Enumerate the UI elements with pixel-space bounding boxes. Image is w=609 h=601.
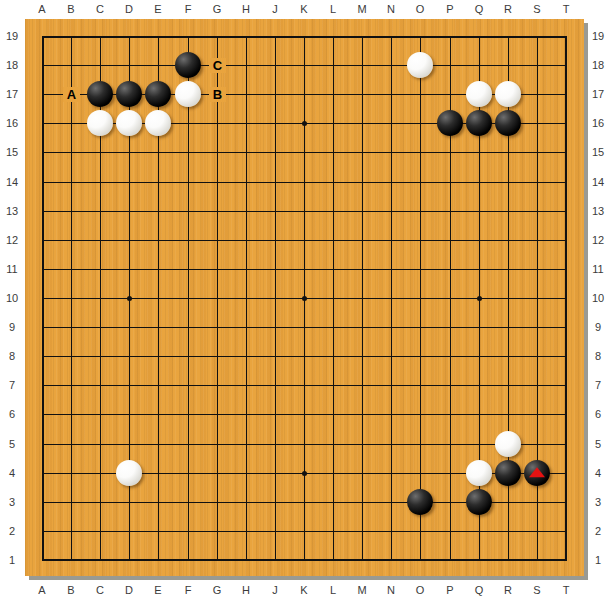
black-stone-p16 [437, 110, 463, 136]
coord-top-p: P [446, 3, 453, 15]
coord-top-o: O [416, 3, 425, 15]
coord-top-a: A [38, 3, 45, 15]
star-point [302, 471, 307, 476]
coord-top-b: B [67, 3, 74, 15]
coord-bottom-b: B [67, 584, 74, 596]
coord-bottom-q: Q [475, 584, 484, 596]
coord-left-11: 11 [6, 263, 17, 275]
coord-right-1: 1 [595, 554, 601, 566]
coord-top-n: N [387, 3, 395, 15]
white-stone-d4 [116, 460, 142, 486]
coord-top-c: C [96, 3, 104, 15]
coord-left-17: 17 [6, 88, 18, 100]
coord-bottom-g: G [213, 584, 222, 596]
grid-line-vertical [565, 36, 567, 561]
coord-right-15: 15 [592, 146, 604, 158]
coord-bottom-c: C [96, 584, 104, 596]
coord-right-12: 12 [592, 234, 604, 246]
coord-right-11: 11 [592, 263, 603, 275]
coord-bottom-d: D [125, 584, 133, 596]
coord-left-15: 15 [6, 146, 18, 158]
coord-top-e: E [154, 3, 161, 15]
coord-right-2: 2 [595, 525, 601, 537]
coord-right-4: 4 [595, 467, 601, 479]
go-board[interactable]: ABC [25, 19, 584, 576]
black-stone-d17 [116, 81, 142, 107]
black-stone-r4 [495, 460, 521, 486]
red-triangle-marker-icon [529, 467, 545, 477]
black-stone-q16 [466, 110, 492, 136]
white-stone-q4 [466, 460, 492, 486]
grid-line-horizontal [42, 444, 567, 445]
coord-right-18: 18 [592, 59, 604, 71]
coord-bottom-s: S [533, 584, 540, 596]
coord-left-16: 16 [6, 117, 18, 129]
coord-right-7: 7 [595, 379, 601, 391]
black-stone-o3 [407, 489, 433, 515]
star-point [477, 296, 482, 301]
coord-bottom-r: R [504, 584, 512, 596]
coord-left-10: 10 [6, 292, 18, 304]
coord-right-8: 8 [595, 350, 601, 362]
coord-bottom-n: N [387, 584, 395, 596]
grid-line-vertical [333, 36, 334, 561]
coord-right-17: 17 [592, 88, 604, 100]
white-stone-r5 [495, 431, 521, 457]
coord-left-1: 1 [9, 554, 15, 566]
coord-left-13: 13 [6, 205, 18, 217]
coord-left-7: 7 [9, 379, 15, 391]
annotation-label-b: B [209, 87, 226, 102]
coord-right-3: 3 [595, 496, 601, 508]
black-stone-s4 [524, 460, 550, 486]
coord-left-12: 12 [6, 234, 18, 246]
black-stone-e17 [145, 81, 171, 107]
star-point [302, 296, 307, 301]
coord-top-l: L [330, 3, 336, 15]
coord-bottom-h: H [242, 584, 250, 596]
grid-line-horizontal [42, 531, 567, 532]
coord-left-14: 14 [6, 176, 18, 188]
coord-bottom-o: O [416, 584, 425, 596]
coord-bottom-j: J [272, 584, 278, 596]
coord-top-k: K [300, 3, 307, 15]
grid-line-horizontal [42, 385, 567, 386]
grid-line-horizontal [42, 559, 567, 561]
white-stone-e16 [145, 110, 171, 136]
coord-right-14: 14 [592, 176, 604, 188]
coord-left-4: 4 [9, 467, 15, 479]
coord-right-5: 5 [595, 438, 601, 450]
coord-top-g: G [213, 3, 222, 15]
coord-top-r: R [504, 3, 512, 15]
coord-bottom-f: F [185, 584, 192, 596]
grid-line-vertical [420, 36, 421, 561]
coord-top-q: Q [475, 3, 484, 15]
white-stone-f17 [175, 81, 201, 107]
annotation-label-a: A [63, 87, 80, 102]
coord-top-d: D [125, 3, 133, 15]
coord-bottom-k: K [300, 584, 307, 596]
coord-left-2: 2 [9, 525, 15, 537]
white-stone-c16 [87, 110, 113, 136]
white-stone-o18 [407, 52, 433, 78]
coord-right-9: 9 [595, 321, 601, 333]
board-grid[interactable]: ABC [42, 36, 567, 561]
coord-right-10: 10 [592, 292, 604, 304]
coord-bottom-m: M [357, 584, 366, 596]
black-stone-q3 [466, 489, 492, 515]
coord-left-18: 18 [6, 59, 18, 71]
coord-bottom-t: T [563, 584, 570, 596]
coord-left-9: 9 [9, 321, 15, 333]
coord-right-19: 19 [592, 30, 604, 42]
coord-left-8: 8 [9, 350, 15, 362]
coord-left-5: 5 [9, 438, 15, 450]
coord-bottom-e: E [154, 584, 161, 596]
star-point [127, 296, 132, 301]
grid-line-vertical [362, 36, 363, 561]
annotation-label-c: C [209, 58, 226, 73]
coord-bottom-p: P [446, 584, 453, 596]
coord-bottom-a: A [38, 584, 45, 596]
white-stone-d16 [116, 110, 142, 136]
black-stone-f18 [175, 52, 201, 78]
white-stone-r17 [495, 81, 521, 107]
coord-top-f: F [185, 3, 192, 15]
coord-top-h: H [242, 3, 250, 15]
black-stone-c17 [87, 81, 113, 107]
coord-top-m: M [357, 3, 366, 15]
grid-line-horizontal [42, 414, 567, 415]
coord-right-16: 16 [592, 117, 604, 129]
coord-bottom-l: L [330, 584, 336, 596]
grid-line-vertical [391, 36, 392, 561]
coord-right-13: 13 [592, 205, 604, 217]
coord-left-19: 19 [6, 30, 18, 42]
coord-right-6: 6 [595, 408, 601, 420]
coord-top-t: T [563, 3, 570, 15]
coord-top-s: S [533, 3, 540, 15]
grid-line-horizontal [42, 356, 567, 357]
black-stone-r16 [495, 110, 521, 136]
go-diagram: ABC AABBCCDDEEFFGGHHJJKKLLMMNNOOPPQQRRSS… [0, 0, 609, 601]
coord-left-6: 6 [9, 408, 15, 420]
white-stone-q17 [466, 81, 492, 107]
star-point [302, 121, 307, 126]
grid-line-horizontal [42, 327, 567, 328]
coord-left-3: 3 [9, 496, 15, 508]
coord-top-j: J [272, 3, 278, 15]
